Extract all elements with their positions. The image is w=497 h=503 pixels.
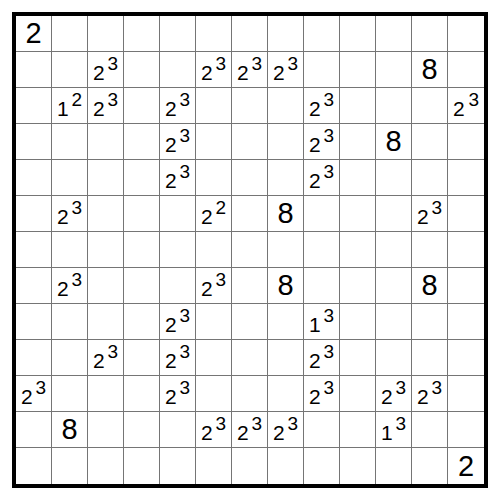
board-cell-r0c11[interactable] <box>412 16 448 52</box>
clue-cell-r7c1: 23 <box>52 268 88 304</box>
clue-digit-lower-left: 2 <box>273 422 285 443</box>
clue-cell-r1c11: 8 <box>412 52 448 88</box>
board-cell-r7c3[interactable] <box>124 268 160 304</box>
clue-digit-upper-right: 3 <box>179 378 190 397</box>
board-cell-r2c10[interactable] <box>376 88 412 124</box>
clue-digit-upper-right: 3 <box>323 342 334 361</box>
board-cell-r12c3[interactable] <box>124 448 160 484</box>
clue-digit-upper-right: 3 <box>107 342 118 361</box>
board-cell-r8c2[interactable] <box>88 304 124 340</box>
board-cell-r4c11[interactable] <box>412 160 448 196</box>
board-cell-r8c3[interactable] <box>124 304 160 340</box>
clue-digit-lower-left: 2 <box>57 278 69 299</box>
clue-cell-r7c11: 8 <box>412 268 448 304</box>
board-cell-r12c10[interactable] <box>376 448 412 484</box>
board-cell-r10c9[interactable] <box>340 376 376 412</box>
clue-cell-r2c4: 23 <box>160 88 196 124</box>
clue-digit: 8 <box>277 199 293 228</box>
board-cell-r0c7[interactable] <box>268 16 304 52</box>
board-cell-r12c0[interactable] <box>16 448 52 484</box>
clue-digit-upper-right: 3 <box>395 414 406 433</box>
board-cell-r10c7[interactable] <box>268 376 304 412</box>
board-cell-r7c6[interactable] <box>232 268 268 304</box>
clue-cell-r10c10: 23 <box>376 376 412 412</box>
clue-digit: 2 <box>458 452 474 481</box>
board-cell-r0c9[interactable] <box>340 16 376 52</box>
clue-digit: 8 <box>385 127 401 156</box>
board-cell-r9c9[interactable] <box>340 340 376 376</box>
board-cell-r7c12[interactable] <box>448 268 484 304</box>
clue-cell-r9c2: 23 <box>88 340 124 376</box>
tapa-board: 2232323238122323232323238232323228232323… <box>12 12 488 488</box>
clue-digit-upper-right: 3 <box>107 90 118 109</box>
clue-digit-upper-right: 3 <box>251 414 262 433</box>
clue-cell-r10c11: 23 <box>412 376 448 412</box>
clue-digit-lower-left: 2 <box>309 98 321 119</box>
board-cell-r0c2[interactable] <box>88 16 124 52</box>
clue-digit-upper-right: 3 <box>179 162 190 181</box>
board-cell-r0c6[interactable] <box>232 16 268 52</box>
board-cell-r4c10[interactable] <box>376 160 412 196</box>
clue-cell-r7c7: 8 <box>268 268 304 304</box>
board-cell-r4c9[interactable] <box>340 160 376 196</box>
board-cell-r8c11[interactable] <box>412 304 448 340</box>
clue-digit-upper-right: 3 <box>107 54 118 73</box>
board-cell-r8c9[interactable] <box>340 304 376 340</box>
board-cell-r9c1[interactable] <box>52 340 88 376</box>
clue-digit-upper-right: 3 <box>179 90 190 109</box>
clue-cell-r11c7: 23 <box>268 412 304 448</box>
clue-cell-r8c8: 13 <box>304 304 340 340</box>
clue-digit-lower-left: 2 <box>165 134 177 155</box>
board-cell-r4c3[interactable] <box>124 160 160 196</box>
board-cell-r9c10[interactable] <box>376 340 412 376</box>
board-cell-r3c1[interactable] <box>52 124 88 160</box>
clue-cell-r1c2: 23 <box>88 52 124 88</box>
clue-digit-upper-right: 3 <box>179 126 190 145</box>
board-cell-r12c2[interactable] <box>88 448 124 484</box>
board-cell-r0c5[interactable] <box>196 16 232 52</box>
clue-cell-r2c1: 12 <box>52 88 88 124</box>
clue-digit-lower-left: 2 <box>417 386 429 407</box>
clue-digit-lower-left: 2 <box>93 62 105 83</box>
clue-cell-r11c5: 23 <box>196 412 232 448</box>
clue-cell-r1c7: 23 <box>268 52 304 88</box>
board-cell-r9c5[interactable] <box>196 340 232 376</box>
board-cell-r12c1[interactable] <box>52 448 88 484</box>
board-cell-r7c10[interactable] <box>376 268 412 304</box>
board-cell-r8c7[interactable] <box>268 304 304 340</box>
board-cell-r12c4[interactable] <box>160 448 196 484</box>
board-cell-r2c7[interactable] <box>268 88 304 124</box>
board-cell-r8c0[interactable] <box>16 304 52 340</box>
clue-cell-r5c5: 22 <box>196 196 232 232</box>
board-cell-r10c6[interactable] <box>232 376 268 412</box>
board-cell-r11c3[interactable] <box>124 412 160 448</box>
board-cell-r0c3[interactable] <box>124 16 160 52</box>
board-cell-r3c0[interactable] <box>16 124 52 160</box>
clue-digit-lower-left: 2 <box>417 206 429 227</box>
clue-digit-upper-right: 3 <box>431 378 442 397</box>
clue-cell-r2c8: 23 <box>304 88 340 124</box>
clue-cell-r10c4: 23 <box>160 376 196 412</box>
clue-cell-r9c4: 23 <box>160 340 196 376</box>
board-cell-r10c3[interactable] <box>124 376 160 412</box>
board-cell-r2c0[interactable] <box>16 88 52 124</box>
board-cell-r5c3[interactable] <box>124 196 160 232</box>
board-cell-r4c0[interactable] <box>16 160 52 196</box>
clue-digit: 8 <box>277 271 293 300</box>
clue-cell-r7c5: 23 <box>196 268 232 304</box>
board-cell-r1c12[interactable] <box>448 52 484 88</box>
board-cell-r10c1[interactable] <box>52 376 88 412</box>
board-cell-r3c6[interactable] <box>232 124 268 160</box>
clue-cell-r8c4: 23 <box>160 304 196 340</box>
clue-digit-lower-left: 2 <box>453 98 465 119</box>
board-cell-r8c12[interactable] <box>448 304 484 340</box>
clue-digit-lower-left: 2 <box>165 170 177 191</box>
board-cell-r6c9[interactable] <box>340 232 376 268</box>
board-cell-r11c4[interactable] <box>160 412 196 448</box>
board-cell-r8c6[interactable] <box>232 304 268 340</box>
clue-cell-r1c5: 23 <box>196 52 232 88</box>
clue-cell-r1c6: 23 <box>232 52 268 88</box>
clue-digit-lower-left: 1 <box>381 422 393 443</box>
board-cell-r12c7[interactable] <box>268 448 304 484</box>
clue-cell-r11c6: 23 <box>232 412 268 448</box>
clue-digit: 2 <box>25 19 41 48</box>
board-cell-r9c7[interactable] <box>268 340 304 376</box>
board-cell-r0c8[interactable] <box>304 16 340 52</box>
clue-cell-r5c1: 23 <box>52 196 88 232</box>
clue-digit-lower-left: 2 <box>165 386 177 407</box>
clue-cell-r11c1: 8 <box>52 412 88 448</box>
board-cell-r11c12[interactable] <box>448 412 484 448</box>
clue-cell-r3c4: 23 <box>160 124 196 160</box>
board-cell-r4c6[interactable] <box>232 160 268 196</box>
clue-cell-r11c10: 13 <box>376 412 412 448</box>
board-cell-r1c9[interactable] <box>340 52 376 88</box>
board-cell-r3c7[interactable] <box>268 124 304 160</box>
clue-digit-upper-right: 3 <box>179 306 190 325</box>
board-cell-r5c9[interactable] <box>340 196 376 232</box>
clue-digit-upper-right: 3 <box>215 54 226 73</box>
board-cell-r7c4[interactable] <box>160 268 196 304</box>
board-cell-r11c9[interactable] <box>340 412 376 448</box>
board-cell-r4c12[interactable] <box>448 160 484 196</box>
board-cell-r7c0[interactable] <box>16 268 52 304</box>
board-cell-r5c6[interactable] <box>232 196 268 232</box>
board-cell-r6c6[interactable] <box>232 232 268 268</box>
board-cell-r7c8[interactable] <box>304 268 340 304</box>
clue-cell-r12c12: 2 <box>448 448 484 484</box>
clue-cell-r2c2: 23 <box>88 88 124 124</box>
board-cell-r7c9[interactable] <box>340 268 376 304</box>
clue-cell-r9c8: 23 <box>304 340 340 376</box>
clue-digit-lower-left: 1 <box>309 314 321 335</box>
board-cell-r9c12[interactable] <box>448 340 484 376</box>
board-cell-r6c8[interactable] <box>304 232 340 268</box>
board-cell-r0c1[interactable] <box>52 16 88 52</box>
board-cell-r9c11[interactable] <box>412 340 448 376</box>
clue-cell-r5c7: 8 <box>268 196 304 232</box>
clue-cell-r4c4: 23 <box>160 160 196 196</box>
clue-digit-lower-left: 2 <box>201 422 213 443</box>
clue-digit-upper-right: 3 <box>323 306 334 325</box>
board-cell-r5c10[interactable] <box>376 196 412 232</box>
board-cell-r0c4[interactable] <box>160 16 196 52</box>
board-cell-r3c2[interactable] <box>88 124 124 160</box>
board-cell-r10c5[interactable] <box>196 376 232 412</box>
board-cell-r4c1[interactable] <box>52 160 88 196</box>
clue-digit-lower-left: 2 <box>201 62 213 83</box>
board-cell-r8c1[interactable] <box>52 304 88 340</box>
board-cell-r1c10[interactable] <box>376 52 412 88</box>
board-cell-r8c5[interactable] <box>196 304 232 340</box>
board-cell-r9c6[interactable] <box>232 340 268 376</box>
clue-digit-lower-left: 2 <box>93 98 105 119</box>
clue-digit-lower-left: 2 <box>309 386 321 407</box>
clue-digit-lower-left: 2 <box>201 206 213 227</box>
clue-digit-upper-right: 3 <box>323 90 334 109</box>
board-cell-r5c4[interactable] <box>160 196 196 232</box>
clue-digit-upper-right: 3 <box>251 54 262 73</box>
board-cell-r2c6[interactable] <box>232 88 268 124</box>
clue-digit-upper-right: 3 <box>287 54 298 73</box>
clue-digit-lower-left: 1 <box>57 98 69 119</box>
board-cell-r9c3[interactable] <box>124 340 160 376</box>
board-cell-r4c7[interactable] <box>268 160 304 196</box>
board-cell-r4c5[interactable] <box>196 160 232 196</box>
board-cell-r3c9[interactable] <box>340 124 376 160</box>
board-cell-r10c2[interactable] <box>88 376 124 412</box>
board-cell-r6c10[interactable] <box>376 232 412 268</box>
board-cell-r6c7[interactable] <box>268 232 304 268</box>
board-cell-r5c12[interactable] <box>448 196 484 232</box>
clue-digit-upper-right: 3 <box>71 270 82 289</box>
board-cell-r5c0[interactable] <box>16 196 52 232</box>
board-cell-r11c2[interactable] <box>88 412 124 448</box>
clue-digit: 8 <box>421 271 437 300</box>
clue-cell-r0c0: 2 <box>16 16 52 52</box>
clue-digit-upper-right: 3 <box>35 378 46 397</box>
board-cell-r12c11[interactable] <box>412 448 448 484</box>
board-cell-r4c2[interactable] <box>88 160 124 196</box>
clue-digit: 8 <box>61 415 77 444</box>
clue-digit-lower-left: 2 <box>309 134 321 155</box>
clue-digit-lower-left: 2 <box>273 62 285 83</box>
clue-digit-upper-right: 3 <box>468 90 479 109</box>
board-cell-r9c0[interactable] <box>16 340 52 376</box>
clue-cell-r3c10: 8 <box>376 124 412 160</box>
clue-digit-lower-left: 2 <box>21 386 33 407</box>
board-cell-r3c11[interactable] <box>412 124 448 160</box>
clue-digit-upper-right: 3 <box>395 378 406 397</box>
clue-digit-upper-right: 3 <box>323 162 334 181</box>
clue-cell-r10c0: 23 <box>16 376 52 412</box>
board-cell-r3c5[interactable] <box>196 124 232 160</box>
board-cell-r0c12[interactable] <box>448 16 484 52</box>
board-cell-r1c3[interactable] <box>124 52 160 88</box>
board-cell-r5c2[interactable] <box>88 196 124 232</box>
board-cell-r12c9[interactable] <box>340 448 376 484</box>
board-cell-r5c8[interactable] <box>304 196 340 232</box>
clue-cell-r4c8: 23 <box>304 160 340 196</box>
board-cell-r2c5[interactable] <box>196 88 232 124</box>
board-cell-r6c2[interactable] <box>88 232 124 268</box>
clue-digit-upper-right: 2 <box>215 198 226 217</box>
board-cell-r1c8[interactable] <box>304 52 340 88</box>
clue-digit-lower-left: 2 <box>309 350 321 371</box>
clue-digit-upper-right: 3 <box>71 198 82 217</box>
clue-digit-upper-right: 2 <box>71 90 82 109</box>
board-cell-r6c11[interactable] <box>412 232 448 268</box>
clue-digit-lower-left: 2 <box>201 278 213 299</box>
clue-cell-r3c8: 23 <box>304 124 340 160</box>
board-cell-r2c9[interactable] <box>340 88 376 124</box>
clue-digit: 8 <box>421 55 437 84</box>
board-cell-r6c3[interactable] <box>124 232 160 268</box>
board-cell-r7c2[interactable] <box>88 268 124 304</box>
clue-digit-lower-left: 2 <box>237 422 249 443</box>
board-cell-r3c12[interactable] <box>448 124 484 160</box>
board-cell-r1c1[interactable] <box>52 52 88 88</box>
board-cell-r1c4[interactable] <box>160 52 196 88</box>
board-cell-r11c0[interactable] <box>16 412 52 448</box>
clue-cell-r2c12: 23 <box>448 88 484 124</box>
clue-digit-upper-right: 3 <box>215 414 226 433</box>
board-cell-r1c0[interactable] <box>16 52 52 88</box>
board-cell-r11c8[interactable] <box>304 412 340 448</box>
clue-digit-lower-left: 2 <box>165 350 177 371</box>
clue-digit-upper-right: 3 <box>431 198 442 217</box>
board-cell-r6c12[interactable] <box>448 232 484 268</box>
board-cell-r6c5[interactable] <box>196 232 232 268</box>
board-cell-r6c1[interactable] <box>52 232 88 268</box>
board-cell-r0c10[interactable] <box>376 16 412 52</box>
clue-digit-lower-left: 2 <box>165 98 177 119</box>
clue-digit-upper-right: 3 <box>287 414 298 433</box>
clue-digit-lower-left: 2 <box>381 386 393 407</box>
clue-digit-upper-right: 3 <box>179 342 190 361</box>
board-cell-r2c11[interactable] <box>412 88 448 124</box>
board-cell-r3c3[interactable] <box>124 124 160 160</box>
clue-digit-lower-left: 2 <box>165 314 177 335</box>
clue-digit-lower-left: 2 <box>237 62 249 83</box>
clue-digit-lower-left: 2 <box>309 170 321 191</box>
board-cell-r6c4[interactable] <box>160 232 196 268</box>
clue-cell-r10c8: 23 <box>304 376 340 412</box>
clue-digit-upper-right: 3 <box>323 126 334 145</box>
board-cell-r8c10[interactable] <box>376 304 412 340</box>
clue-digit-lower-left: 2 <box>57 206 69 227</box>
board-cell-r12c6[interactable] <box>232 448 268 484</box>
board-cell-r2c3[interactable] <box>124 88 160 124</box>
board-cell-r11c11[interactable] <box>412 412 448 448</box>
clue-digit-lower-left: 2 <box>93 350 105 371</box>
clue-cell-r5c11: 23 <box>412 196 448 232</box>
board-cell-r6c0[interactable] <box>16 232 52 268</box>
board-cell-r12c5[interactable] <box>196 448 232 484</box>
clue-digit-upper-right: 3 <box>215 270 226 289</box>
clue-digit-upper-right: 3 <box>323 378 334 397</box>
board-cell-r10c12[interactable] <box>448 376 484 412</box>
board-cell-r12c8[interactable] <box>304 448 340 484</box>
